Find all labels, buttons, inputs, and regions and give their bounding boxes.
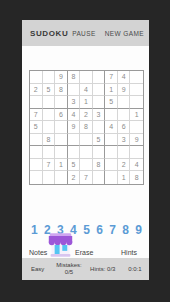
board-cell-r8c9[interactable]: 4 — [130, 159, 143, 172]
board-cell-r5c2[interactable] — [43, 121, 56, 134]
header-buttons: PAUSE NEW GAME — [72, 30, 144, 37]
board-cell-r9c6[interactable] — [93, 171, 106, 184]
board-cell-r4c4[interactable]: 4 — [68, 109, 81, 122]
board-cell-r3c8[interactable] — [118, 96, 131, 109]
board-cell-r9c9[interactable]: 8 — [130, 171, 143, 184]
board-cell-r7c2[interactable] — [43, 146, 56, 159]
board-cell-r8c1[interactable] — [30, 159, 43, 172]
erase-button[interactable]: Erase — [75, 249, 93, 256]
board-cell-r4c9[interactable]: 1 — [130, 109, 143, 122]
mistakes-label: Mistakes: — [53, 262, 84, 269]
hints-button[interactable]: Hints — [121, 249, 137, 256]
board-cell-r9c8[interactable]: 1 — [118, 171, 131, 184]
board-cell-r1c1[interactable] — [30, 71, 43, 84]
status-bar: Easy Mistakes: 0/5 Hints: 0/3 0:0:1 — [22, 258, 149, 280]
board-cell-r1c3[interactable]: 9 — [55, 71, 68, 84]
board-cell-r1c7[interactable]: 7 — [105, 71, 118, 84]
board-cell-r1c5[interactable] — [80, 71, 93, 84]
board-cell-r2c1[interactable]: 2 — [30, 84, 43, 97]
board-cell-r7c5[interactable] — [80, 146, 93, 159]
app-title: SUDOKU — [30, 29, 68, 38]
header-bar: SUDOKU PAUSE NEW GAME — [22, 20, 149, 46]
timer: 0:0:1 — [121, 266, 149, 272]
board-cell-r1c6[interactable] — [93, 71, 106, 84]
board-cell-r5c8[interactable]: 6 — [118, 121, 131, 134]
board-cell-r7c7[interactable] — [105, 146, 118, 159]
board-cell-r6c8[interactable]: 3 — [118, 134, 131, 147]
board-cell-r8c6[interactable]: 8 — [93, 159, 106, 172]
sudoku-board[interactable]: 98742584193157642315984685397158242718 — [29, 70, 144, 185]
board-cell-r3c4[interactable]: 3 — [68, 96, 81, 109]
board-cell-r5c3[interactable] — [55, 121, 68, 134]
board-cell-r8c7[interactable] — [105, 159, 118, 172]
board-cell-r1c8[interactable]: 4 — [118, 71, 131, 84]
board-cell-r8c5[interactable] — [80, 159, 93, 172]
board-cell-r4c8[interactable] — [118, 109, 131, 122]
board-cell-r6c5[interactable] — [80, 134, 93, 147]
new-game-button[interactable]: NEW GAME — [105, 30, 144, 37]
board-cell-r2c5[interactable]: 4 — [80, 84, 93, 97]
mistakes-counter: Mistakes: 0/5 — [53, 262, 84, 276]
board-cell-r2c7[interactable]: 1 — [105, 84, 118, 97]
store-icon[interactable] — [47, 232, 74, 258]
board-cell-r7c1[interactable] — [30, 146, 43, 159]
board-cell-r4c3[interactable]: 6 — [55, 109, 68, 122]
board-cell-r7c6[interactable] — [93, 146, 106, 159]
board-cell-r7c8[interactable] — [118, 146, 131, 159]
board-cell-r8c3[interactable]: 1 — [55, 159, 68, 172]
board-cell-r6c2[interactable]: 8 — [43, 134, 56, 147]
board-cell-r5c9[interactable] — [130, 121, 143, 134]
board-cell-r4c1[interactable]: 7 — [30, 109, 43, 122]
board-cell-r4c5[interactable]: 2 — [80, 109, 93, 122]
board-cell-r8c8[interactable]: 2 — [118, 159, 131, 172]
board-cell-r6c9[interactable]: 9 — [130, 134, 143, 147]
board-cell-r1c4[interactable]: 8 — [68, 71, 81, 84]
board-cell-r6c7[interactable] — [105, 134, 118, 147]
action-row: Notes Erase Hints — [29, 247, 137, 257]
board-cell-r2c3[interactable]: 8 — [55, 84, 68, 97]
board-cell-r6c1[interactable] — [30, 134, 43, 147]
board-cell-r2c2[interactable]: 5 — [43, 84, 56, 97]
board-cell-r5c7[interactable]: 4 — [105, 121, 118, 134]
board-cell-r1c2[interactable] — [43, 71, 56, 84]
board-cell-r4c2[interactable] — [43, 109, 56, 122]
board-cell-r2c9[interactable] — [130, 84, 143, 97]
numpad-9[interactable]: 9 — [135, 224, 142, 236]
board-cell-r5c5[interactable]: 8 — [80, 121, 93, 134]
board-cell-r8c4[interactable]: 5 — [68, 159, 81, 172]
board-cell-r1c9[interactable] — [130, 71, 143, 84]
board-cell-r2c6[interactable] — [93, 84, 106, 97]
board-cell-r3c5[interactable]: 1 — [80, 96, 93, 109]
board-cell-r3c9[interactable] — [130, 96, 143, 109]
numpad-1[interactable]: 1 — [31, 224, 38, 236]
board-cell-r9c4[interactable]: 2 — [68, 171, 81, 184]
board-cell-r8c2[interactable]: 7 — [43, 159, 56, 172]
board-cell-r6c3[interactable] — [55, 134, 68, 147]
board-cell-r5c1[interactable]: 5 — [30, 121, 43, 134]
board-cell-r7c9[interactable] — [130, 146, 143, 159]
notes-button[interactable]: Notes — [29, 249, 47, 256]
board-cell-r2c4[interactable] — [68, 84, 81, 97]
board-cell-r9c1[interactable] — [30, 171, 43, 184]
numpad-5[interactable]: 5 — [83, 224, 90, 236]
board-cell-r3c7[interactable]: 5 — [105, 96, 118, 109]
board-cell-r9c7[interactable] — [105, 171, 118, 184]
board-cell-r7c3[interactable] — [55, 146, 68, 159]
board-cell-r3c6[interactable] — [93, 96, 106, 109]
board-cell-r4c6[interactable]: 3 — [93, 109, 106, 122]
board-cell-r6c4[interactable] — [68, 134, 81, 147]
board-cell-r9c2[interactable] — [43, 171, 56, 184]
board-cell-r3c3[interactable] — [55, 96, 68, 109]
board-cell-r5c4[interactable]: 9 — [68, 121, 81, 134]
board-cell-r9c5[interactable]: 7 — [80, 171, 93, 184]
app-card: SUDOKU PAUSE NEW GAME 987425841931576423… — [22, 20, 149, 280]
board-cell-r9c3[interactable] — [55, 171, 68, 184]
pause-button[interactable]: PAUSE — [72, 30, 96, 37]
board-cell-r7c4[interactable] — [68, 146, 81, 159]
difficulty-label: Easy — [22, 266, 53, 272]
board-cell-r3c2[interactable] — [43, 96, 56, 109]
numpad-8[interactable]: 8 — [122, 224, 129, 236]
numpad-6[interactable]: 6 — [96, 224, 103, 236]
board-cell-r2c8[interactable]: 9 — [118, 84, 131, 97]
board-cell-r4c7[interactable] — [105, 109, 118, 122]
numpad-7[interactable]: 7 — [109, 224, 116, 236]
hints-counter: Hints: 0/3 — [85, 266, 121, 272]
board-cell-r3c1[interactable] — [30, 96, 43, 109]
mistakes-value: 0/5 — [53, 269, 84, 276]
board-cell-r6c6[interactable]: 5 — [93, 134, 106, 147]
board-cell-r5c6[interactable] — [93, 121, 106, 134]
